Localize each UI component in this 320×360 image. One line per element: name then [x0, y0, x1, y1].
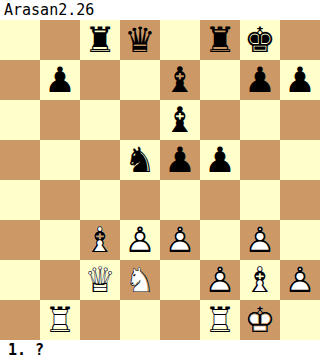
square-h1[interactable]	[280, 300, 320, 340]
white-bishop[interactable]: ♝♗	[240, 260, 280, 300]
square-b7[interactable]: ♟	[40, 60, 80, 100]
black-king-glyph: ♚	[240, 20, 280, 60]
square-b8[interactable]	[40, 20, 80, 60]
square-h5[interactable]	[280, 140, 320, 180]
square-d3[interactable]: ♟♙	[120, 220, 160, 260]
white-pawn[interactable]: ♟♙	[200, 260, 240, 300]
square-c5[interactable]	[80, 140, 120, 180]
square-h4[interactable]	[280, 180, 320, 220]
square-b6[interactable]	[40, 100, 80, 140]
white-rook-glyph: ♖	[200, 300, 240, 340]
white-king[interactable]: ♚♔	[240, 300, 280, 340]
move-prompt: 1. ?	[0, 340, 320, 360]
square-g8[interactable]: ♚	[240, 20, 280, 60]
black-knight-glyph: ♞	[120, 140, 160, 180]
square-g7[interactable]: ♟	[240, 60, 280, 100]
square-d4[interactable]	[120, 180, 160, 220]
square-d5[interactable]: ♞	[120, 140, 160, 180]
square-e7[interactable]: ♝	[160, 60, 200, 100]
black-pawn[interactable]: ♟	[160, 140, 200, 180]
square-g6[interactable]	[240, 100, 280, 140]
white-knight-glyph: ♘	[120, 260, 160, 300]
square-g2[interactable]: ♝♗	[240, 260, 280, 300]
square-c3[interactable]: ♝♗	[80, 220, 120, 260]
square-f5[interactable]: ♟	[200, 140, 240, 180]
black-pawn-glyph: ♟	[280, 60, 320, 100]
square-f1[interactable]: ♜♖	[200, 300, 240, 340]
square-d2[interactable]: ♞♘	[120, 260, 160, 300]
square-a5[interactable]	[0, 140, 40, 180]
black-bishop[interactable]: ♝	[160, 100, 200, 140]
black-rook[interactable]: ♜	[80, 20, 120, 60]
black-pawn-glyph: ♟	[240, 60, 280, 100]
square-a3[interactable]	[0, 220, 40, 260]
square-f3[interactable]	[200, 220, 240, 260]
square-a1[interactable]	[0, 300, 40, 340]
black-pawn-glyph: ♟	[160, 140, 200, 180]
white-bishop-glyph: ♗	[240, 260, 280, 300]
square-a8[interactable]	[0, 20, 40, 60]
square-h3[interactable]	[280, 220, 320, 260]
square-b2[interactable]	[40, 260, 80, 300]
square-c8[interactable]: ♜	[80, 20, 120, 60]
square-e1[interactable]	[160, 300, 200, 340]
square-c4[interactable]	[80, 180, 120, 220]
square-g3[interactable]: ♟♙	[240, 220, 280, 260]
square-g4[interactable]	[240, 180, 280, 220]
square-f6[interactable]	[200, 100, 240, 140]
black-queen[interactable]: ♛	[120, 20, 160, 60]
square-f7[interactable]	[200, 60, 240, 100]
square-b1[interactable]: ♜♖	[40, 300, 80, 340]
square-b5[interactable]	[40, 140, 80, 180]
black-knight[interactable]: ♞	[120, 140, 160, 180]
white-knight[interactable]: ♞♘	[120, 260, 160, 300]
square-a2[interactable]	[0, 260, 40, 300]
black-rook-glyph: ♜	[80, 20, 120, 60]
white-rook[interactable]: ♜♖	[200, 300, 240, 340]
square-b3[interactable]	[40, 220, 80, 260]
white-pawn-glyph: ♙	[280, 260, 320, 300]
white-queen[interactable]: ♛♕	[80, 260, 120, 300]
square-e6[interactable]: ♝	[160, 100, 200, 140]
black-rook-glyph: ♜	[200, 20, 240, 60]
white-queen-glyph: ♕	[80, 260, 120, 300]
square-c1[interactable]	[80, 300, 120, 340]
square-f4[interactable]	[200, 180, 240, 220]
white-pawn-glyph: ♙	[160, 220, 200, 260]
black-pawn-glyph: ♟	[40, 60, 80, 100]
square-f2[interactable]: ♟♙	[200, 260, 240, 300]
black-queen-glyph: ♛	[120, 20, 160, 60]
square-g5[interactable]	[240, 140, 280, 180]
white-pawn-glyph: ♙	[200, 260, 240, 300]
square-e5[interactable]: ♟	[160, 140, 200, 180]
black-bishop[interactable]: ♝	[160, 60, 200, 100]
white-pawn[interactable]: ♟♙	[280, 260, 320, 300]
black-rook[interactable]: ♜	[200, 20, 240, 60]
black-pawn[interactable]: ♟	[40, 60, 80, 100]
square-d7[interactable]	[120, 60, 160, 100]
white-pawn[interactable]: ♟♙	[240, 220, 280, 260]
black-pawn-glyph: ♟	[200, 140, 240, 180]
chess-board: ♜♛♜♚♟♝♟♟♝♞♟♟♝♗♟♙♟♙♟♙♛♕♞♘♟♙♝♗♟♙♜♖♜♖♚♔	[0, 20, 320, 340]
white-bishop[interactable]: ♝♗	[80, 220, 120, 260]
square-e4[interactable]	[160, 180, 200, 220]
arasan-window: Arasan2.26 ♜♛♜♚♟♝♟♟♝♞♟♟♝♗♟♙♟♙♟♙♛♕♞♘♟♙♝♗♟…	[0, 0, 320, 360]
black-pawn[interactable]: ♟	[280, 60, 320, 100]
square-d6[interactable]	[120, 100, 160, 140]
square-h7[interactable]: ♟	[280, 60, 320, 100]
square-h6[interactable]	[280, 100, 320, 140]
white-rook-glyph: ♖	[40, 300, 80, 340]
black-king[interactable]: ♚	[240, 20, 280, 60]
black-bishop-glyph: ♝	[160, 60, 200, 100]
square-f8[interactable]: ♜	[200, 20, 240, 60]
square-d8[interactable]: ♛	[120, 20, 160, 60]
white-pawn-glyph: ♙	[120, 220, 160, 260]
black-pawn[interactable]: ♟	[240, 60, 280, 100]
window-title: Arasan2.26	[0, 0, 320, 20]
square-g1[interactable]: ♚♔	[240, 300, 280, 340]
white-king-glyph: ♔	[240, 300, 280, 340]
square-e3[interactable]: ♟♙	[160, 220, 200, 260]
black-pawn[interactable]: ♟	[200, 140, 240, 180]
square-d1[interactable]	[120, 300, 160, 340]
square-e2[interactable]	[160, 260, 200, 300]
square-a4[interactable]	[0, 180, 40, 220]
black-bishop-glyph: ♝	[160, 100, 200, 140]
square-h8[interactable]	[280, 20, 320, 60]
square-b4[interactable]	[40, 180, 80, 220]
white-pawn[interactable]: ♟♙	[160, 220, 200, 260]
white-pawn[interactable]: ♟♙	[120, 220, 160, 260]
square-c7[interactable]	[80, 60, 120, 100]
square-a6[interactable]	[0, 100, 40, 140]
square-c2[interactable]: ♛♕	[80, 260, 120, 300]
square-e8[interactable]	[160, 20, 200, 60]
square-c6[interactable]	[80, 100, 120, 140]
white-bishop-glyph: ♗	[80, 220, 120, 260]
square-a7[interactable]	[0, 60, 40, 100]
square-h2[interactable]: ♟♙	[280, 260, 320, 300]
white-rook[interactable]: ♜♖	[40, 300, 80, 340]
white-pawn-glyph: ♙	[240, 220, 280, 260]
